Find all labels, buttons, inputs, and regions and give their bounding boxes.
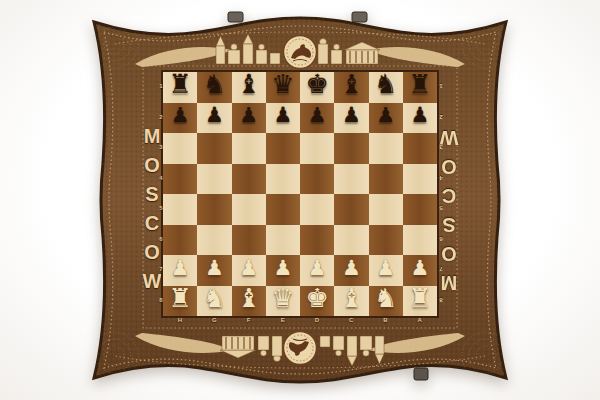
rank-label: 5 (156, 205, 166, 211)
square[interactable] (369, 225, 403, 256)
square[interactable]: ♝ (232, 286, 266, 317)
white-queen[interactable]: ♛ (271, 285, 294, 311)
file-label: D (312, 317, 322, 323)
rank-label: 3 (156, 144, 166, 150)
rank-label: 2 (436, 114, 446, 120)
square[interactable] (197, 133, 231, 164)
black-knight[interactable]: ♞ (203, 71, 226, 97)
square[interactable] (334, 225, 368, 256)
board-grid: ♜♞♝♛♚♝♞♜♟♟♟♟♟♟♟♟♟♟♟♟♟♟♟♟♜♞♝♛♚♝♞♜ (163, 72, 437, 316)
black-pawn[interactable]: ♟ (239, 105, 258, 126)
square[interactable] (266, 164, 300, 195)
square[interactable] (163, 194, 197, 225)
square[interactable]: ♞ (369, 72, 403, 103)
black-pawn[interactable]: ♟ (376, 105, 395, 126)
square[interactable] (232, 133, 266, 164)
carved-letter: M (441, 268, 458, 297)
square[interactable]: ♟ (163, 255, 197, 286)
square[interactable] (403, 225, 437, 256)
square[interactable]: ♛ (266, 72, 300, 103)
black-pawn[interactable]: ♟ (171, 105, 190, 126)
rank-label: 7 (156, 266, 166, 272)
white-pawn[interactable]: ♟ (273, 258, 292, 279)
square[interactable] (369, 164, 403, 195)
square[interactable]: ♟ (232, 255, 266, 286)
black-rook[interactable]: ♜ (408, 71, 431, 97)
black-knight[interactable]: ♞ (374, 71, 397, 97)
file-label: H (175, 317, 185, 323)
black-pawn[interactable]: ♟ (410, 105, 429, 126)
black-bishop[interactable]: ♝ (237, 71, 260, 97)
square[interactable]: ♜ (163, 72, 197, 103)
rank-label: 8 (436, 297, 446, 303)
square[interactable]: ♟ (369, 255, 403, 286)
black-pawn[interactable]: ♟ (205, 105, 224, 126)
rank-label: 4 (156, 175, 166, 181)
square[interactable]: ♝ (232, 72, 266, 103)
square[interactable] (232, 225, 266, 256)
square[interactable]: ♟ (232, 103, 266, 134)
white-knight[interactable]: ♞ (374, 285, 397, 311)
white-pawn[interactable]: ♟ (410, 258, 429, 279)
square[interactable] (163, 164, 197, 195)
square[interactable] (403, 164, 437, 195)
white-bishop[interactable]: ♝ (237, 285, 260, 311)
square[interactable] (163, 225, 197, 256)
square[interactable]: ♟ (300, 255, 334, 286)
carved-letter: S (442, 210, 455, 239)
white-rook[interactable]: ♜ (408, 285, 431, 311)
black-pawn[interactable]: ♟ (273, 105, 292, 126)
rank-label: 1 (156, 83, 166, 89)
carved-letter: C (145, 209, 159, 238)
white-pawn[interactable]: ♟ (239, 258, 258, 279)
square[interactable]: ♟ (403, 103, 437, 134)
square[interactable]: ♟ (369, 103, 403, 134)
white-pawn[interactable]: ♟ (205, 258, 224, 279)
square[interactable] (300, 194, 334, 225)
square[interactable]: ♞ (197, 72, 231, 103)
square[interactable]: ♟ (403, 255, 437, 286)
white-pawn[interactable]: ♟ (376, 258, 395, 279)
square[interactable] (300, 164, 334, 195)
rank-label: 6 (156, 236, 166, 242)
rank-label: 2 (156, 114, 166, 120)
square[interactable] (232, 194, 266, 225)
white-king[interactable]: ♚ (305, 285, 328, 311)
square[interactable] (334, 194, 368, 225)
square[interactable] (266, 225, 300, 256)
square[interactable] (197, 164, 231, 195)
rank-label: 7 (436, 266, 446, 272)
square[interactable]: ♜ (163, 286, 197, 317)
square[interactable] (266, 133, 300, 164)
black-king[interactable]: ♚ (305, 71, 328, 97)
square[interactable]: ♜ (403, 286, 437, 317)
square[interactable]: ♝ (334, 286, 368, 317)
black-queen[interactable]: ♛ (271, 71, 294, 97)
photo-stage: MOSCOW MOSCOW ♜♞♝♛♚♝♞♜♟♟♟♟♟♟♟♟♟♟♟♟♟♟♟♟♜♞… (0, 0, 600, 400)
white-rook[interactable]: ♜ (168, 285, 191, 311)
square[interactable] (403, 194, 437, 225)
square[interactable]: ♛ (266, 286, 300, 317)
square[interactable]: ♟ (334, 255, 368, 286)
rank-label: 6 (436, 236, 446, 242)
black-rook[interactable]: ♜ (168, 71, 191, 97)
square[interactable] (197, 194, 231, 225)
square[interactable]: ♞ (197, 286, 231, 317)
square[interactable]: ♟ (300, 103, 334, 134)
file-label: B (381, 317, 391, 323)
square[interactable]: ♟ (266, 255, 300, 286)
black-pawn[interactable]: ♟ (342, 105, 361, 126)
square[interactable] (197, 225, 231, 256)
black-pawn[interactable]: ♟ (308, 105, 327, 126)
square[interactable] (334, 164, 368, 195)
square[interactable] (334, 133, 368, 164)
file-label: A (415, 317, 425, 323)
square[interactable]: ♚ (300, 72, 334, 103)
square[interactable]: ♟ (266, 103, 300, 134)
square[interactable]: ♝ (334, 72, 368, 103)
carved-letter: O (144, 238, 160, 267)
white-knight[interactable]: ♞ (203, 285, 226, 311)
white-bishop[interactable]: ♝ (340, 285, 363, 311)
square[interactable]: ♟ (334, 103, 368, 134)
file-label: G (209, 317, 219, 323)
square[interactable] (369, 133, 403, 164)
black-bishop[interactable]: ♝ (340, 71, 363, 97)
square[interactable]: ♟ (163, 103, 197, 134)
rank-label: 5 (436, 205, 446, 211)
rank-label: 1 (436, 83, 446, 89)
square[interactable] (300, 225, 334, 256)
square[interactable] (232, 164, 266, 195)
square[interactable]: ♟ (197, 255, 231, 286)
file-label: C (346, 317, 356, 323)
white-pawn[interactable]: ♟ (308, 258, 327, 279)
square[interactable] (163, 133, 197, 164)
carved-letter: O (441, 239, 457, 268)
square[interactable] (369, 194, 403, 225)
square[interactable] (403, 133, 437, 164)
rank-label: 8 (156, 297, 166, 303)
rank-label: 3 (436, 144, 446, 150)
white-pawn[interactable]: ♟ (342, 258, 361, 279)
square[interactable]: ♜ (403, 72, 437, 103)
square[interactable] (300, 133, 334, 164)
rank-label: 4 (436, 175, 446, 181)
square[interactable] (266, 194, 300, 225)
square[interactable]: ♚ (300, 286, 334, 317)
white-pawn[interactable]: ♟ (171, 258, 190, 279)
square[interactable]: ♞ (369, 286, 403, 317)
file-label: F (244, 317, 254, 323)
square[interactable]: ♟ (197, 103, 231, 134)
file-label: E (278, 317, 288, 323)
